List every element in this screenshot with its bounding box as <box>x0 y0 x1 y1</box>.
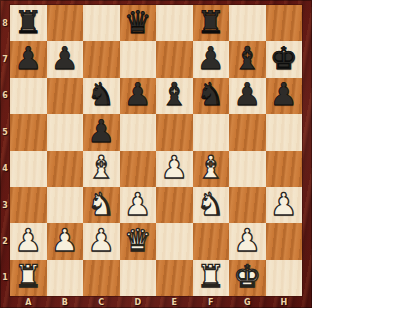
rank-label-2: 2 <box>0 223 10 259</box>
black-queen-d8: ♛ <box>124 7 152 38</box>
square-d7 <box>120 41 157 77</box>
file-label-e: E <box>156 296 193 308</box>
black-king-h7: ♚ <box>270 43 298 74</box>
white-pawn-a2: ♟ <box>14 225 42 256</box>
rank-label-3: 3 <box>0 187 10 223</box>
white-bishop-c4: ♝ <box>87 152 115 183</box>
square-d5 <box>120 114 157 150</box>
square-g2: ♟ <box>229 223 266 259</box>
white-rook-f1: ♜ <box>197 261 225 292</box>
white-queen-d2: ♛ <box>124 225 152 256</box>
square-g1: ♚ <box>229 260 266 296</box>
black-pawn-f7: ♟ <box>197 43 225 74</box>
black-bishop-g7: ♝ <box>233 43 261 74</box>
square-b3 <box>47 187 84 223</box>
black-rook-f8: ♜ <box>197 7 225 38</box>
chess-board: 87654321 ABCDEFGH ♜♛♜♟♟♟♝♚♞♟♝♞♟♟♟♝♟♝♞♟♞♟… <box>0 0 312 308</box>
square-c4: ♝ <box>83 151 120 187</box>
file-labels: ABCDEFGH <box>10 296 302 308</box>
square-c3: ♞ <box>83 187 120 223</box>
square-b7: ♟ <box>47 41 84 77</box>
square-h5 <box>266 114 303 150</box>
square-d8: ♛ <box>120 5 157 41</box>
rank-label-8: 8 <box>0 5 10 41</box>
square-b8 <box>47 5 84 41</box>
square-g4 <box>229 151 266 187</box>
black-pawn-b7: ♟ <box>51 43 79 74</box>
square-f5 <box>193 114 230 150</box>
rank-labels: 87654321 <box>0 5 10 296</box>
square-h8 <box>266 5 303 41</box>
white-rook-a1: ♜ <box>14 261 42 292</box>
black-bishop-e6: ♝ <box>160 79 188 110</box>
black-knight-c6: ♞ <box>87 79 115 110</box>
square-a5 <box>10 114 47 150</box>
file-label-g: G <box>229 296 266 308</box>
file-label-h: H <box>266 296 303 308</box>
square-h1 <box>266 260 303 296</box>
square-c2: ♟ <box>83 223 120 259</box>
square-b6 <box>47 78 84 114</box>
square-e6: ♝ <box>156 78 193 114</box>
square-f1: ♜ <box>193 260 230 296</box>
rank-label-5: 5 <box>0 114 10 150</box>
white-bishop-f4: ♝ <box>197 152 225 183</box>
square-d2: ♛ <box>120 223 157 259</box>
square-b4 <box>47 151 84 187</box>
square-d6: ♟ <box>120 78 157 114</box>
black-pawn-g6: ♟ <box>233 79 261 110</box>
file-label-d: D <box>120 296 157 308</box>
square-f6: ♞ <box>193 78 230 114</box>
file-label-f: F <box>193 296 230 308</box>
square-e3 <box>156 187 193 223</box>
square-b2: ♟ <box>47 223 84 259</box>
square-f2 <box>193 223 230 259</box>
white-pawn-e4: ♟ <box>160 152 188 183</box>
black-rook-a8: ♜ <box>14 7 42 38</box>
white-pawn-b2: ♟ <box>51 225 79 256</box>
screenshot-canvas: 87654321 ABCDEFGH ♜♛♜♟♟♟♝♚♞♟♝♞♟♟♟♝♟♝♞♟♞♟… <box>0 0 414 311</box>
square-e1 <box>156 260 193 296</box>
white-pawn-c2: ♟ <box>87 225 115 256</box>
square-a3 <box>10 187 47 223</box>
square-h4 <box>266 151 303 187</box>
file-label-b: B <box>47 296 84 308</box>
square-g3 <box>229 187 266 223</box>
square-g5 <box>229 114 266 150</box>
square-d3: ♟ <box>120 187 157 223</box>
square-d1 <box>120 260 157 296</box>
rank-label-1: 1 <box>0 260 10 296</box>
square-e2 <box>156 223 193 259</box>
square-b1 <box>47 260 84 296</box>
square-f3: ♞ <box>193 187 230 223</box>
rank-label-6: 6 <box>0 78 10 114</box>
square-h6: ♟ <box>266 78 303 114</box>
square-h3: ♟ <box>266 187 303 223</box>
square-f4: ♝ <box>193 151 230 187</box>
square-a8: ♜ <box>10 5 47 41</box>
square-g8 <box>229 5 266 41</box>
square-c7 <box>83 41 120 77</box>
square-c1 <box>83 260 120 296</box>
square-c5: ♟ <box>83 114 120 150</box>
square-a4 <box>10 151 47 187</box>
square-f8: ♜ <box>193 5 230 41</box>
file-label-c: C <box>83 296 120 308</box>
square-b5 <box>47 114 84 150</box>
square-a2: ♟ <box>10 223 47 259</box>
square-h7: ♚ <box>266 41 303 77</box>
black-pawn-a7: ♟ <box>14 43 42 74</box>
square-a7: ♟ <box>10 41 47 77</box>
black-pawn-c5: ♟ <box>87 116 115 147</box>
square-d4 <box>120 151 157 187</box>
black-knight-f6: ♞ <box>197 79 225 110</box>
square-e7 <box>156 41 193 77</box>
square-c6: ♞ <box>83 78 120 114</box>
square-e4: ♟ <box>156 151 193 187</box>
square-g6: ♟ <box>229 78 266 114</box>
square-c8 <box>83 5 120 41</box>
file-label-a: A <box>10 296 47 308</box>
white-pawn-h3: ♟ <box>270 189 298 220</box>
white-king-g1: ♚ <box>233 261 261 292</box>
square-h2 <box>266 223 303 259</box>
black-pawn-h6: ♟ <box>270 79 298 110</box>
square-g7: ♝ <box>229 41 266 77</box>
black-pawn-d6: ♟ <box>124 79 152 110</box>
rank-label-7: 7 <box>0 41 10 77</box>
board-grid: ♜♛♜♟♟♟♝♚♞♟♝♞♟♟♟♝♟♝♞♟♞♟♟♟♟♛♟♜♜♚ <box>10 5 302 296</box>
square-a6 <box>10 78 47 114</box>
square-f7: ♟ <box>193 41 230 77</box>
square-a1: ♜ <box>10 260 47 296</box>
white-pawn-d3: ♟ <box>124 189 152 220</box>
white-knight-f3: ♞ <box>197 189 225 220</box>
white-knight-c3: ♞ <box>87 189 115 220</box>
square-e8 <box>156 5 193 41</box>
white-pawn-g2: ♟ <box>233 225 261 256</box>
square-e5 <box>156 114 193 150</box>
rank-label-4: 4 <box>0 151 10 187</box>
